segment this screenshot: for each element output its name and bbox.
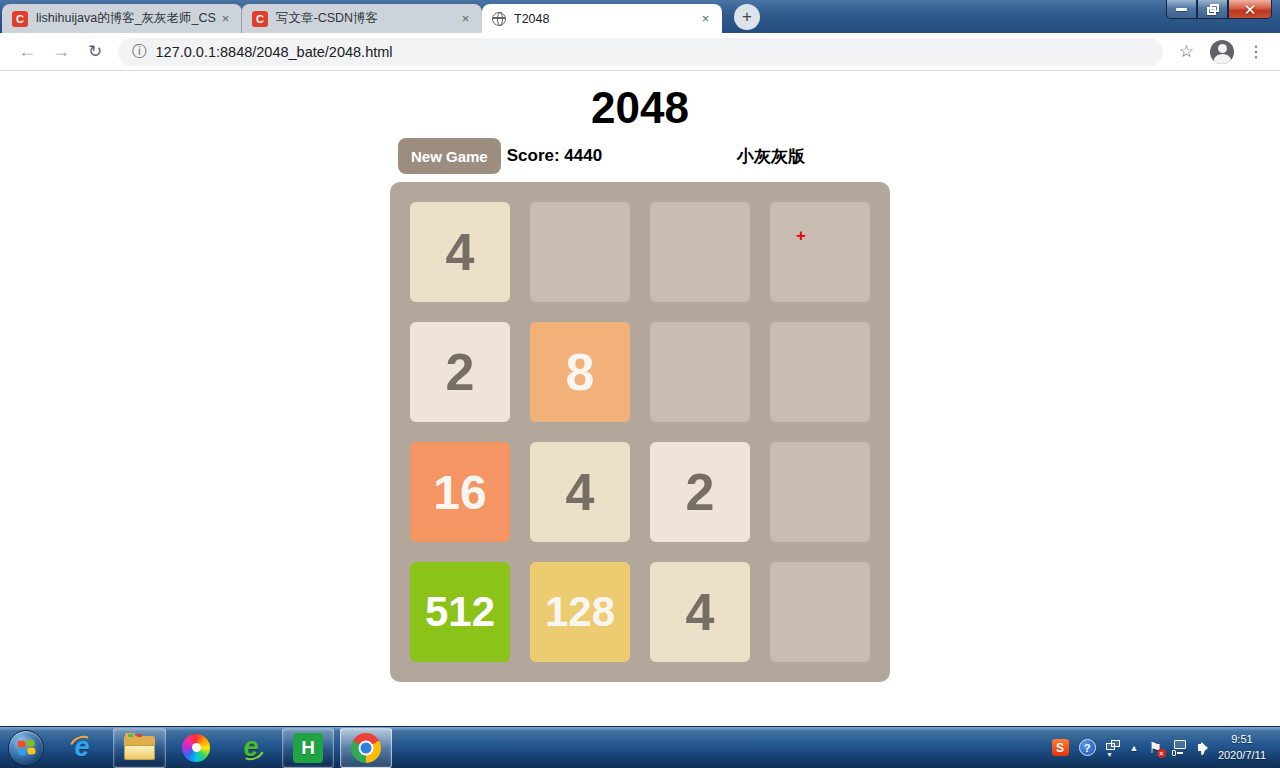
tile-8: 8 [530, 322, 630, 422]
csdn-favicon-icon: C [12, 11, 28, 27]
page-content: 2048 New Game Score: 4440 小灰灰版 4+2816425… [0, 71, 1280, 725]
green-browser-icon: e [236, 733, 266, 763]
board-cell-r1c1: 8 [530, 322, 630, 422]
taskbar-item-hbuilder[interactable]: H [282, 728, 334, 768]
taskbar-item-internet-explorer[interactable]: e [57, 728, 107, 768]
clock-time: 9:51 [1218, 732, 1266, 748]
board-cell-r3c1: 128 [530, 562, 630, 662]
network-icon[interactable] [1172, 740, 1188, 755]
spawn-plus-marker: + [796, 226, 806, 246]
forward-button[interactable]: → [48, 39, 74, 65]
clock-date: 2020/7/11 [1218, 748, 1266, 764]
game-column: 2048 New Game Score: 4440 小灰灰版 4+2816425… [390, 71, 890, 682]
tab-csdn-blog[interactable]: C lishihuijava的博客_灰灰老师_CS × [2, 4, 242, 33]
start-button[interactable] [8, 730, 44, 766]
profile-avatar[interactable] [1210, 40, 1234, 64]
url-text: 127.0.0.1:8848/2048_bate/2048.html [156, 44, 393, 60]
tab-title: T2048 [514, 12, 697, 26]
tile-4: 4 [410, 202, 510, 302]
browser-menu-icon[interactable]: ⋮ [1248, 42, 1264, 61]
new-game-button[interactable]: New Game [398, 138, 501, 174]
tab-close-icon[interactable]: × [457, 10, 474, 27]
hbuilder-icon: H [293, 733, 323, 763]
tile-512: 512 [410, 562, 510, 662]
tab-title: 写文章-CSDN博客 [276, 10, 457, 27]
tabs: C lishihuijava的博客_灰灰老师_CS × C 写文章-CSDN博客… [2, 4, 722, 33]
chrome-icon [351, 733, 381, 763]
internet-explorer-icon: e [67, 733, 97, 763]
taskbar-item-file-explorer[interactable] [113, 728, 166, 768]
board-cell-r3c3 [770, 562, 870, 662]
system-tray: S ? ▾ ▲ ⚑× ) 9:51 2020/7/11 [1047, 732, 1280, 764]
file-explorer-icon [124, 736, 155, 760]
board-cell-r3c0: 512 [410, 562, 510, 662]
tile-4: 4 [650, 562, 750, 662]
help-tray-icon[interactable]: ? [1079, 739, 1096, 756]
reload-button[interactable]: ↻ [82, 39, 108, 65]
minimize-button[interactable] [1166, 0, 1197, 19]
board-cell-r2c2: 2 [650, 442, 750, 542]
tile-2: 2 [410, 322, 510, 422]
board-cell-r3c2: 4 [650, 562, 750, 662]
taskbar-clock[interactable]: 9:51 2020/7/11 [1218, 732, 1266, 764]
browser-toolbar: ← → ↻ ⓘ 127.0.0.1:8848/2048_bate/2048.ht… [0, 33, 1280, 71]
tab-title: lishihuijava的博客_灰灰老师_CS [36, 10, 217, 27]
globe-favicon-icon [492, 12, 506, 26]
game-header: New Game Score: 4440 小灰灰版 [390, 138, 890, 174]
tile-4: 4 [530, 442, 630, 542]
csdn-favicon-icon: C [252, 11, 268, 27]
minimize-icon [1176, 8, 1187, 11]
taskbar: e e H S ? ▾ ▲ ⚑× ) 9:51 2020/7/11 [0, 726, 1280, 768]
tab-close-icon[interactable]: × [697, 10, 714, 27]
tile-16: 16 [410, 442, 510, 542]
bookmark-star-icon[interactable]: ☆ [1179, 41, 1194, 62]
screen: C lishihuijava的博客_灰灰老师_CS × C 写文章-CSDN博客… [0, 0, 1280, 768]
taskbar-item-360-browser[interactable] [172, 728, 220, 768]
tile-2: 2 [650, 442, 750, 542]
show-hidden-icons-button[interactable]: ▲ [1130, 743, 1139, 753]
address-bar[interactable]: ⓘ 127.0.0.1:8848/2048_bate/2048.html [118, 38, 1163, 66]
score-text: Score: 4440 [507, 146, 602, 166]
new-tab-button[interactable]: + [734, 4, 760, 30]
board-cell-r2c1: 4 [530, 442, 630, 542]
tab-t2048[interactable]: T2048 × [482, 4, 722, 33]
board-cell-r0c0: 4 [410, 202, 510, 302]
page-title: 2048 [390, 71, 890, 132]
back-button[interactable]: ← [14, 39, 40, 65]
ime-toolbar-icon[interactable]: ▾ [1106, 740, 1120, 756]
action-center-flag-icon[interactable]: ⚑× [1148, 739, 1161, 757]
pinwheel-browser-icon [182, 734, 210, 762]
volume-icon[interactable]: ) [1198, 742, 1205, 754]
board-cell-r0c2 [650, 202, 750, 302]
board: 4+2816425121284 [390, 182, 890, 682]
restore-icon [1207, 4, 1219, 15]
board-cell-r1c2 [650, 322, 750, 422]
tab-strip: C lishihuijava的博客_灰灰老师_CS × C 写文章-CSDN博客… [0, 0, 1280, 33]
tab-csdn-editor[interactable]: C 写文章-CSDN博客 × [242, 4, 482, 33]
taskbar-item-360-speed-browser[interactable]: e [226, 728, 276, 768]
site-info-icon[interactable]: ⓘ [132, 42, 147, 61]
close-button[interactable]: ✕ [1228, 0, 1272, 19]
tab-close-icon[interactable]: × [217, 10, 234, 27]
sogou-input-icon[interactable]: S [1052, 739, 1069, 756]
board-cell-r0c3: + [770, 202, 870, 302]
close-icon: ✕ [1244, 2, 1257, 17]
version-label: 小灰灰版 [737, 145, 805, 168]
restore-button[interactable] [1197, 0, 1228, 19]
board-cell-r1c0: 2 [410, 322, 510, 422]
window-controls: ✕ [1166, 0, 1272, 19]
tile-128: 128 [530, 562, 630, 662]
board-cell-r1c3 [770, 322, 870, 422]
windows-logo-icon [17, 739, 35, 756]
board-cell-r2c0: 16 [410, 442, 510, 542]
board-cell-r0c1 [530, 202, 630, 302]
taskbar-item-chrome[interactable] [340, 728, 392, 768]
board-cell-r2c3 [770, 442, 870, 542]
